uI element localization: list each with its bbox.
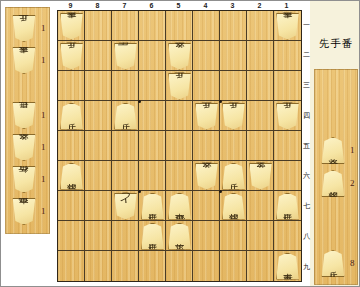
shogi-piece[interactable]: 歩兵 xyxy=(321,250,345,277)
shogi-piece[interactable]: 桂馬 xyxy=(141,193,165,220)
board-cell[interactable] xyxy=(274,131,301,161)
rank-labels: 一二三四五六七八九 xyxy=(302,10,311,282)
board-cell[interactable] xyxy=(247,71,274,101)
shogi-piece[interactable]: 金将 xyxy=(195,163,219,190)
board-cell[interactable] xyxy=(85,71,112,101)
star-point xyxy=(219,100,222,103)
shogi-piece[interactable]: 歩兵 xyxy=(60,103,84,130)
file-label: 1 xyxy=(273,1,300,10)
shogi-piece[interactable]: 角行 xyxy=(12,166,36,193)
shogi-piece[interactable]: 歩兵 xyxy=(276,103,300,130)
file-label: 6 xyxy=(138,1,165,10)
board-cell[interactable] xyxy=(220,41,247,71)
shogi-piece[interactable]: 玉将 xyxy=(249,163,273,190)
file-label: 4 xyxy=(192,1,219,10)
shogi-piece[interactable]: 飛車 xyxy=(12,198,36,225)
file-label: 9 xyxy=(57,1,84,10)
board-cell[interactable] xyxy=(247,11,274,41)
board-cell[interactable] xyxy=(139,11,166,41)
board-cell[interactable] xyxy=(166,251,193,281)
star-point xyxy=(219,190,222,193)
piece-kanji: と xyxy=(119,199,132,213)
rank-label: 二 xyxy=(302,40,311,70)
board-cell[interactable] xyxy=(247,221,274,251)
shogi-piece[interactable]: 銀将 xyxy=(321,170,345,197)
shogi-piece[interactable]: 香車 xyxy=(60,13,84,40)
board-cell[interactable] xyxy=(112,221,139,251)
shogi-piece[interactable]: 銀将 xyxy=(60,163,84,190)
captured-count: 1 xyxy=(41,23,51,33)
shogi-piece[interactable]: 桂馬 xyxy=(12,102,36,129)
board-cell[interactable] xyxy=(58,71,85,101)
shogi-piece[interactable]: 飛車 xyxy=(168,193,192,220)
shogi-board: 香車香車歩兵馬金将歩兵歩兵歩兵歩兵歩兵歩兵銀将金将歩兵玉将と桂馬飛車銀将桂馬桂馬… xyxy=(57,10,302,282)
board-cell[interactable] xyxy=(193,251,220,281)
captured-count: 1 xyxy=(41,110,51,120)
board-cell[interactable] xyxy=(58,221,85,251)
board-cell[interactable] xyxy=(112,71,139,101)
board-cell[interactable] xyxy=(193,11,220,41)
board-cell[interactable] xyxy=(139,101,166,131)
star-point xyxy=(138,190,141,193)
board-cell[interactable] xyxy=(220,221,247,251)
shogi-piece[interactable]: 香車 xyxy=(276,253,300,280)
file-label: 2 xyxy=(246,1,273,10)
file-label: 7 xyxy=(111,1,138,10)
captured-count: 1 xyxy=(41,55,51,65)
board-cell[interactable] xyxy=(193,221,220,251)
rank-label: 七 xyxy=(302,191,311,221)
shogi-piece[interactable]: 歩兵 xyxy=(222,103,246,130)
board-cell[interactable] xyxy=(247,191,274,221)
board-cell[interactable] xyxy=(247,251,274,281)
shogi-piece[interactable]: 桂馬 xyxy=(141,223,165,250)
board-cell[interactable] xyxy=(58,131,85,161)
board-cell[interactable] xyxy=(85,251,112,281)
board-cell[interactable] xyxy=(247,101,274,131)
board-cell[interactable] xyxy=(85,101,112,131)
shogi-diagram: 先手番 987654321 香車香車歩兵馬金将歩兵歩兵歩兵歩兵歩兵歩兵銀将金将歩… xyxy=(0,0,360,287)
board-cell[interactable] xyxy=(274,161,301,191)
board-cell[interactable] xyxy=(193,71,220,101)
board-cell[interactable] xyxy=(85,131,112,161)
shogi-piece[interactable]: 馬 xyxy=(114,43,138,70)
rank-label: 六 xyxy=(302,161,311,191)
board-cell[interactable] xyxy=(193,41,220,71)
board-cell[interactable] xyxy=(247,41,274,71)
rank-label: 四 xyxy=(302,101,311,131)
board-cell[interactable] xyxy=(85,11,112,41)
board-cell[interactable] xyxy=(112,161,139,191)
rank-label: 五 xyxy=(302,131,311,161)
rank-label: 八 xyxy=(302,221,311,251)
board-cell[interactable] xyxy=(220,251,247,281)
shogi-piece[interactable]: 銀将 xyxy=(222,193,246,220)
board-cell[interactable] xyxy=(166,11,193,41)
rank-label: 一 xyxy=(302,10,311,40)
file-label: 3 xyxy=(219,1,246,10)
captured-count: 2 xyxy=(350,178,360,188)
board-cell[interactable] xyxy=(85,191,112,221)
board-cell[interactable] xyxy=(85,161,112,191)
board-cell[interactable] xyxy=(139,71,166,101)
board-cell[interactable] xyxy=(139,161,166,191)
board-cell[interactable] xyxy=(274,41,301,71)
shogi-piece[interactable]: 香車 xyxy=(12,47,36,74)
shogi-piece[interactable]: 歩兵 xyxy=(60,43,84,70)
shogi-piece[interactable]: 歩兵 xyxy=(168,73,192,100)
board-cell[interactable] xyxy=(58,191,85,221)
file-label: 8 xyxy=(84,1,111,10)
captured-count: 1 xyxy=(350,145,360,155)
board-cell[interactable] xyxy=(139,131,166,161)
board-cell[interactable] xyxy=(112,131,139,161)
shogi-piece[interactable]: 金将 xyxy=(12,134,36,161)
board-cell[interactable] xyxy=(220,11,247,41)
shogi-piece[interactable]: 王将 xyxy=(168,223,192,250)
shogi-piece[interactable]: と xyxy=(114,193,138,220)
board-cell[interactable] xyxy=(220,131,247,161)
sente-captured-stand: 金将1銀将2歩兵8 xyxy=(314,69,358,285)
shogi-piece[interactable]: 桂馬 xyxy=(276,193,300,220)
captured-count: 1 xyxy=(41,206,51,216)
shogi-piece[interactable]: 香車 xyxy=(276,13,300,40)
captured-count: 1 xyxy=(41,142,51,152)
star-point xyxy=(138,100,141,103)
board-cell[interactable] xyxy=(274,71,301,101)
board-cell[interactable] xyxy=(139,251,166,281)
board-cell[interactable] xyxy=(193,131,220,161)
board-cell[interactable] xyxy=(85,221,112,251)
shogi-piece[interactable]: 歩兵 xyxy=(195,103,219,130)
shogi-piece[interactable]: 歩兵 xyxy=(114,103,138,130)
file-label: 5 xyxy=(165,1,192,10)
board-cell[interactable] xyxy=(139,41,166,71)
board-cell[interactable] xyxy=(112,251,139,281)
turn-indicator: 先手番 xyxy=(312,37,360,51)
board-cell[interactable] xyxy=(247,131,274,161)
board-cell[interactable] xyxy=(166,101,193,131)
board-cell[interactable] xyxy=(274,221,301,251)
board-cell[interactable] xyxy=(58,251,85,281)
shogi-piece[interactable]: 金将 xyxy=(168,43,192,70)
board-cell[interactable] xyxy=(85,41,112,71)
shogi-piece[interactable]: 歩兵 xyxy=(12,15,36,42)
board-cell[interactable] xyxy=(220,71,247,101)
captured-count: 1 xyxy=(41,174,51,184)
gote-captured-stand: 歩兵1香車1桂馬1金将1角行1飛車1 xyxy=(5,7,50,234)
rank-label: 三 xyxy=(302,70,311,100)
captured-count: 8 xyxy=(350,258,360,268)
file-labels: 987654321 xyxy=(57,1,302,10)
board-cell[interactable] xyxy=(193,191,220,221)
shogi-piece[interactable]: 金将 xyxy=(321,137,345,164)
board-cell[interactable] xyxy=(166,161,193,191)
board-cell[interactable] xyxy=(112,11,139,41)
rank-label: 九 xyxy=(302,252,311,282)
shogi-piece[interactable]: 歩兵 xyxy=(222,163,246,190)
board-cell[interactable] xyxy=(166,131,193,161)
